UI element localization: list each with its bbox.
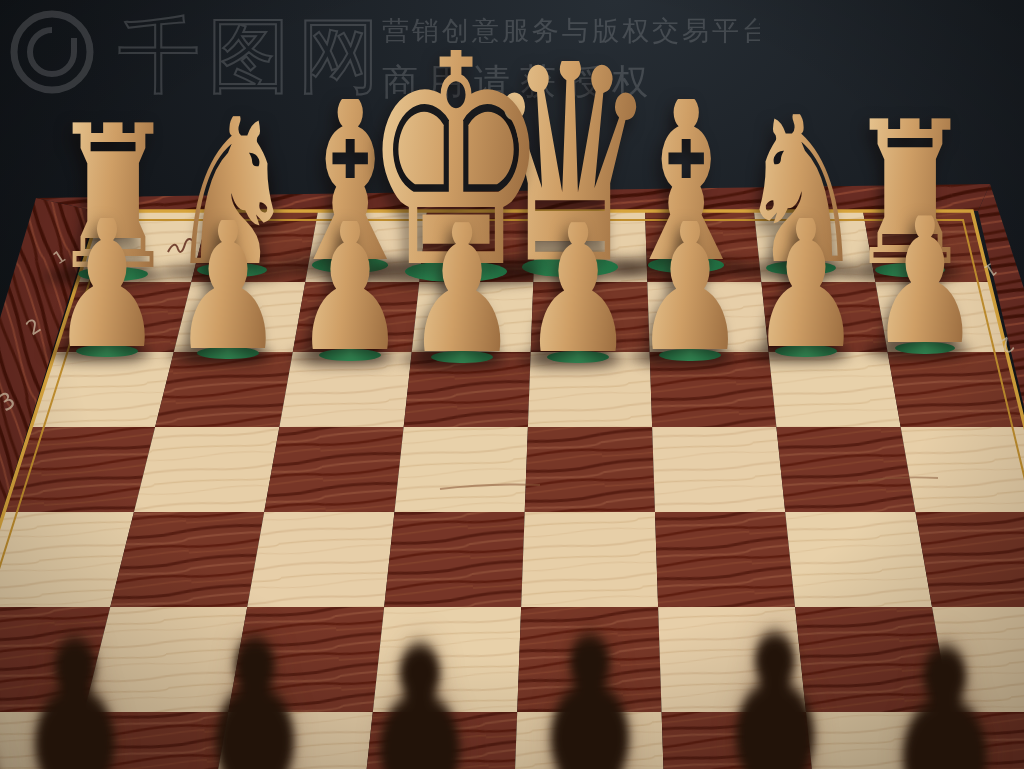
white-pawn-d2[interactable]: ♟ [521, 222, 635, 355]
black-pawn-h7[interactable]: ♟ [0, 683, 74, 769]
black-pawn-b7[interactable]: ♟ [824, 654, 1024, 769]
black-pawn-e7[interactable]: ♟ [305, 652, 534, 769]
white-pawn-g2[interactable]: ♟ [172, 220, 285, 351]
white-pawn-a2[interactable]: ♟ [869, 215, 981, 346]
black-pawn-a7[interactable]: ♟ [996, 693, 1024, 769]
white-pawn-f2[interactable]: ♟ [293, 221, 407, 353]
piece-layer: ♜♞♝♚♛♝♞♜♟♟♟♟♟♟♟♟♟♟♟♟♟♟♟♟ [0, 0, 1024, 769]
chessboard-photo: 12312 ♜♞♝♚♛♝♞♜♟♟♟♟♟♟♟♟♟♟♟♟♟♟♟♟ 千图网 营销创意服… [0, 0, 1024, 769]
white-pawn-e2[interactable]: ♟ [405, 222, 519, 355]
white-pawn-b2[interactable]: ♟ [750, 218, 863, 349]
white-pawn-h2[interactable]: ♟ [51, 218, 164, 349]
white-pawn-c2[interactable]: ♟ [633, 221, 747, 353]
